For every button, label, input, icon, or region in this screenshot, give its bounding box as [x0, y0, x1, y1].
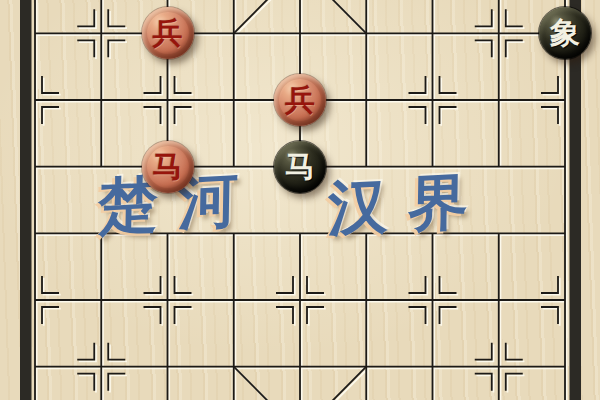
- piece-glyph: 兵: [153, 18, 183, 48]
- black-elephant-piece[interactable]: 象: [539, 7, 591, 59]
- piece-glyph: 马: [285, 152, 315, 182]
- xiangqi-board-viewport: 楚河 汉界 兵象兵马马: [0, 0, 600, 400]
- red-horse-piece[interactable]: 马: [142, 141, 194, 193]
- piece-grid: 兵象兵马马: [2, 0, 598, 400]
- piece-glyph: 象: [550, 18, 580, 48]
- piece-glyph: 兵: [285, 85, 315, 115]
- red-soldier-piece[interactable]: 兵: [142, 7, 194, 59]
- red-soldier-piece[interactable]: 兵: [274, 74, 326, 126]
- piece-glyph: 马: [153, 152, 183, 182]
- xiangqi-board: 楚河 汉界 兵象兵马马: [0, 0, 600, 400]
- black-horse-piece[interactable]: 马: [274, 141, 326, 193]
